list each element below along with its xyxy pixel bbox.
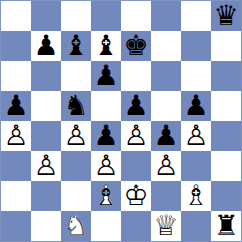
square-c6[interactable] <box>61 61 91 91</box>
square-g4[interactable]: ♟♙ <box>181 121 211 151</box>
square-b1[interactable] <box>31 211 61 241</box>
black-rook[interactable]: ♜ <box>211 211 241 241</box>
white-pawn[interactable]: ♟♙ <box>91 151 121 181</box>
black-pawn[interactable]: ♟ <box>151 121 181 151</box>
square-f8[interactable] <box>151 1 181 31</box>
square-a1[interactable] <box>1 211 31 241</box>
square-c5[interactable]: ♞ <box>61 91 91 121</box>
black-pawn-glyph: ♟ <box>151 121 181 151</box>
black-pawn[interactable]: ♟ <box>1 91 31 121</box>
square-g8[interactable] <box>181 1 211 31</box>
square-g5[interactable]: ♟ <box>181 91 211 121</box>
square-e1[interactable] <box>121 211 151 241</box>
black-bishop-glyph: ♝ <box>61 31 91 61</box>
white-pawn[interactable]: ♟♙ <box>121 121 151 151</box>
square-g2[interactable]: ♝♗ <box>181 181 211 211</box>
square-f6[interactable] <box>151 61 181 91</box>
white-pawn[interactable]: ♟♙ <box>1 121 31 151</box>
square-e3[interactable] <box>121 151 151 181</box>
square-f1[interactable]: ♛♕ <box>151 211 181 241</box>
square-a8[interactable] <box>1 1 31 31</box>
square-d4[interactable]: ♟ <box>91 121 121 151</box>
square-h2[interactable] <box>211 181 241 211</box>
square-b2[interactable] <box>31 181 61 211</box>
black-bishop[interactable]: ♝ <box>91 31 121 61</box>
white-pawn[interactable]: ♟♙ <box>31 151 61 181</box>
square-b5[interactable] <box>31 91 61 121</box>
black-knight[interactable]: ♞ <box>61 91 91 121</box>
white-pawn-glyph: ♙ <box>151 151 181 181</box>
white-king-glyph: ♔ <box>121 181 151 211</box>
square-g6[interactable] <box>181 61 211 91</box>
black-pawn-glyph: ♟ <box>91 61 121 91</box>
black-king-glyph: ♚ <box>121 31 151 61</box>
square-b3[interactable]: ♟♙ <box>31 151 61 181</box>
square-h5[interactable] <box>211 91 241 121</box>
square-d2[interactable]: ♝♗ <box>91 181 121 211</box>
white-bishop[interactable]: ♝♗ <box>181 181 211 211</box>
black-pawn[interactable]: ♟ <box>31 31 61 61</box>
white-queen-glyph: ♕ <box>151 211 181 241</box>
black-pawn[interactable]: ♟ <box>91 61 121 91</box>
black-bishop[interactable]: ♝ <box>61 31 91 61</box>
square-a6[interactable] <box>1 61 31 91</box>
square-a4[interactable]: ♟♙ <box>1 121 31 151</box>
black-pawn-glyph: ♟ <box>91 121 121 151</box>
square-b6[interactable] <box>31 61 61 91</box>
square-g3[interactable] <box>181 151 211 181</box>
square-d3[interactable]: ♟♙ <box>91 151 121 181</box>
chess-board: ♛♟♝♝♚♟♟♞♟♟♟♙♟♙♟♟♙♟♟♙♟♙♟♙♟♙♝♗♚♔♝♗♞♘♛♕♜ <box>0 0 242 242</box>
square-g1[interactable] <box>181 211 211 241</box>
square-g7[interactable] <box>181 31 211 61</box>
square-b7[interactable]: ♟ <box>31 31 61 61</box>
square-e8[interactable] <box>121 1 151 31</box>
white-bishop-glyph: ♗ <box>181 181 211 211</box>
black-rook-glyph: ♜ <box>211 211 241 241</box>
square-h1[interactable]: ♜ <box>211 211 241 241</box>
white-pawn[interactable]: ♟♙ <box>181 121 211 151</box>
white-pawn[interactable]: ♟♙ <box>61 121 91 151</box>
white-bishop-glyph: ♗ <box>91 181 121 211</box>
white-knight[interactable]: ♞♘ <box>61 211 91 241</box>
black-pawn[interactable]: ♟ <box>181 91 211 121</box>
square-d6[interactable]: ♟ <box>91 61 121 91</box>
square-a2[interactable] <box>1 181 31 211</box>
square-e5[interactable]: ♟ <box>121 91 151 121</box>
square-e4[interactable]: ♟♙ <box>121 121 151 151</box>
white-pawn-glyph: ♙ <box>1 121 31 151</box>
white-knight-glyph: ♘ <box>61 211 91 241</box>
black-king[interactable]: ♚ <box>121 31 151 61</box>
white-pawn-glyph: ♙ <box>61 121 91 151</box>
square-c8[interactable] <box>61 1 91 31</box>
square-f5[interactable] <box>151 91 181 121</box>
white-king[interactable]: ♚♔ <box>121 181 151 211</box>
square-c3[interactable] <box>61 151 91 181</box>
black-pawn-glyph: ♟ <box>1 91 31 121</box>
square-e2[interactable]: ♚♔ <box>121 181 151 211</box>
white-pawn[interactable]: ♟♙ <box>151 151 181 181</box>
white-pawn-glyph: ♙ <box>181 121 211 151</box>
square-a5[interactable]: ♟ <box>1 91 31 121</box>
white-pawn-glyph: ♙ <box>121 121 151 151</box>
black-pawn[interactable]: ♟ <box>121 91 151 121</box>
square-d1[interactable] <box>91 211 121 241</box>
square-d5[interactable] <box>91 91 121 121</box>
square-d7[interactable]: ♝ <box>91 31 121 61</box>
square-a7[interactable] <box>1 31 31 61</box>
square-d8[interactable] <box>91 1 121 31</box>
square-f2[interactable] <box>151 181 181 211</box>
square-h3[interactable] <box>211 151 241 181</box>
square-f3[interactable]: ♟♙ <box>151 151 181 181</box>
black-pawn-glyph: ♟ <box>121 91 151 121</box>
square-f4[interactable]: ♟ <box>151 121 181 151</box>
black-bishop-glyph: ♝ <box>91 31 121 61</box>
square-f7[interactable] <box>151 31 181 61</box>
square-b8[interactable] <box>31 1 61 31</box>
square-b4[interactable] <box>31 121 61 151</box>
square-e7[interactable]: ♚ <box>121 31 151 61</box>
square-h6[interactable] <box>211 61 241 91</box>
white-pawn-glyph: ♙ <box>91 151 121 181</box>
square-e6[interactable] <box>121 61 151 91</box>
square-c4[interactable]: ♟♙ <box>61 121 91 151</box>
square-a3[interactable] <box>1 151 31 181</box>
black-pawn-glyph: ♟ <box>181 91 211 121</box>
black-queen-glyph: ♛ <box>211 1 241 31</box>
square-c2[interactable] <box>61 181 91 211</box>
square-h7[interactable] <box>211 31 241 61</box>
white-bishop[interactable]: ♝♗ <box>91 181 121 211</box>
white-queen[interactable]: ♛♕ <box>151 211 181 241</box>
square-h4[interactable] <box>211 121 241 151</box>
black-queen[interactable]: ♛ <box>211 1 241 31</box>
black-pawn[interactable]: ♟ <box>91 121 121 151</box>
white-pawn-glyph: ♙ <box>31 151 61 181</box>
black-knight-glyph: ♞ <box>61 91 91 121</box>
square-h8[interactable]: ♛ <box>211 1 241 31</box>
square-c7[interactable]: ♝ <box>61 31 91 61</box>
black-pawn-glyph: ♟ <box>31 31 61 61</box>
square-c1[interactable]: ♞♘ <box>61 211 91 241</box>
